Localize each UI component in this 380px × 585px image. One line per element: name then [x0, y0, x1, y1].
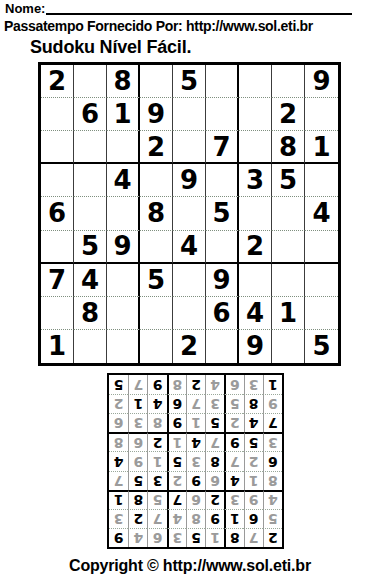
cell-r9c7: 9 — [239, 330, 272, 363]
sol-cell-r2c6: 4 — [167, 509, 186, 528]
cell-r6c5: 4 — [173, 231, 206, 264]
sol-cell-r5c1: 6 — [263, 451, 282, 470]
sol-cell-r5c9: 4 — [109, 451, 128, 470]
cell-r8c8: 1 — [272, 297, 305, 330]
cell-r6c6 — [206, 231, 239, 264]
sol-cell-r6c9: 8 — [109, 432, 128, 451]
sol-cell-r8c4: 3 — [205, 394, 224, 413]
cell-r4c9 — [305, 164, 338, 197]
cell-r1c9: 9 — [305, 65, 338, 98]
sol-cell-r8c6: 6 — [167, 394, 186, 413]
sol-cell-r9c7: 9 — [147, 375, 166, 394]
cell-r9c8 — [272, 330, 305, 363]
cell-r3c2 — [74, 131, 107, 164]
cell-r2c7 — [239, 98, 272, 131]
cell-r8c2: 8 — [74, 297, 107, 330]
cell-r9c4 — [140, 330, 173, 363]
cell-r1c7 — [239, 65, 272, 98]
sol-cell-r6c2: 5 — [244, 432, 263, 451]
sol-cell-r1c5: 5 — [186, 528, 205, 547]
cell-r2c9 — [305, 98, 338, 131]
sol-cell-r1c8: 4 — [128, 528, 147, 547]
sol-cell-r1c3: 8 — [224, 528, 243, 547]
sol-cell-r6c7: 2 — [147, 432, 166, 451]
page: Nome: Passatempo Fornecido Por: http://w… — [0, 0, 380, 585]
cell-r5c7 — [239, 197, 272, 230]
sol-cell-r2c2: 6 — [244, 509, 263, 528]
sol-cell-r9c8: 7 — [128, 375, 147, 394]
cell-r2c5 — [173, 98, 206, 131]
sol-cell-r8c8: 1 — [128, 394, 147, 413]
cell-r9c1: 1 — [41, 330, 74, 363]
cell-r6c1 — [41, 231, 74, 264]
page-title: Sudoku Nível Fácil. — [30, 37, 191, 58]
sol-cell-r1c4: 1 — [205, 528, 224, 547]
cell-r4c1 — [41, 164, 74, 197]
sol-cell-r4c4: 6 — [205, 471, 224, 490]
sol-cell-r7c9: 6 — [109, 413, 128, 432]
sol-cell-r7c3: 2 — [224, 413, 243, 432]
name-blank-line — [46, 13, 352, 15]
sol-cell-r5c3: 7 — [224, 451, 243, 470]
sol-cell-r9c9: 5 — [109, 375, 128, 394]
sol-cell-r9c4: 4 — [205, 375, 224, 394]
puzzle-grid: 285961922781493568545942745986411295 — [38, 62, 341, 366]
sol-cell-r3c8: 8 — [128, 490, 147, 509]
cell-r7c5 — [173, 264, 206, 297]
sol-cell-r4c2: 1 — [244, 471, 263, 490]
sol-cell-r7c7: 8 — [147, 413, 166, 432]
cell-r7c6: 9 — [206, 264, 239, 297]
sol-cell-r4c3: 4 — [224, 471, 243, 490]
sol-cell-r4c1: 8 — [263, 471, 282, 490]
sol-cell-r6c6: 1 — [167, 432, 186, 451]
cell-r1c4 — [140, 65, 173, 98]
cell-r7c9 — [305, 264, 338, 297]
cell-r7c3 — [107, 264, 140, 297]
sol-cell-r7c5: 1 — [186, 413, 205, 432]
cell-r1c2 — [74, 65, 107, 98]
cell-r2c8: 2 — [272, 98, 305, 131]
sol-cell-r6c1: 3 — [263, 432, 282, 451]
sol-cell-r3c3: 3 — [224, 490, 243, 509]
sol-cell-r5c4: 8 — [205, 451, 224, 470]
sol-cell-r6c3: 9 — [224, 432, 243, 451]
sol-cell-r2c8: 2 — [128, 509, 147, 528]
name-label: Nome: — [5, 1, 45, 16]
sol-cell-r1c6: 3 — [167, 528, 186, 547]
cell-r2c2: 6 — [74, 98, 107, 131]
cell-r3c3 — [107, 131, 140, 164]
sol-cell-r5c2: 2 — [244, 451, 263, 470]
sol-cell-r8c9: 2 — [109, 394, 128, 413]
cell-r7c7 — [239, 264, 272, 297]
cell-r9c2 — [74, 330, 107, 363]
cell-r6c8 — [272, 231, 305, 264]
sol-cell-r9c6: 8 — [167, 375, 186, 394]
sol-cell-r5c7: 1 — [147, 451, 166, 470]
cell-r9c3 — [107, 330, 140, 363]
cell-r3c7 — [239, 131, 272, 164]
sol-cell-r2c9: 3 — [109, 509, 128, 528]
cell-r1c8 — [272, 65, 305, 98]
cell-r7c1: 7 — [41, 264, 74, 297]
cell-r5c6: 5 — [206, 197, 239, 230]
cell-r4c6 — [206, 164, 239, 197]
cell-r5c2 — [74, 197, 107, 230]
cell-r7c8 — [272, 264, 305, 297]
cell-r3c9: 1 — [305, 131, 338, 164]
cell-r9c6 — [206, 330, 239, 363]
cell-r4c7: 3 — [239, 164, 272, 197]
cell-r3c1 — [41, 131, 74, 164]
sol-cell-r2c4: 9 — [205, 509, 224, 528]
sol-cell-r9c3: 6 — [224, 375, 243, 394]
sol-cell-r8c1: 9 — [263, 394, 282, 413]
cell-r6c7: 2 — [239, 231, 272, 264]
sol-cell-r3c2: 9 — [244, 490, 263, 509]
sol-cell-r7c2: 4 — [244, 413, 263, 432]
cell-r2c4: 9 — [140, 98, 173, 131]
cell-r6c9 — [305, 231, 338, 264]
sol-cell-r7c1: 7 — [263, 413, 282, 432]
sol-cell-r8c2: 8 — [244, 394, 263, 413]
solution-grid: 2781536495619847234932675818146923576278… — [107, 373, 284, 549]
cell-r7c4: 5 — [140, 264, 173, 297]
cell-r4c8: 5 — [272, 164, 305, 197]
sol-cell-r2c7: 7 — [147, 509, 166, 528]
cell-r3c6: 7 — [206, 131, 239, 164]
cell-r8c4 — [140, 297, 173, 330]
cell-r2c1 — [41, 98, 74, 131]
copyright-text: Copyright © http://www.sol.eti.br — [0, 557, 380, 575]
sol-cell-r3c6: 7 — [167, 490, 186, 509]
cell-r1c1: 2 — [41, 65, 74, 98]
sol-cell-r1c1: 2 — [263, 528, 282, 547]
cell-r2c3: 1 — [107, 98, 140, 131]
cell-r9c5: 2 — [173, 330, 206, 363]
cell-r6c3: 9 — [107, 231, 140, 264]
cell-r6c4 — [140, 231, 173, 264]
sol-cell-r7c8: 3 — [128, 413, 147, 432]
cell-r8c7: 4 — [239, 297, 272, 330]
sol-cell-r3c4: 2 — [205, 490, 224, 509]
cell-r4c3: 4 — [107, 164, 140, 197]
sol-cell-r6c5: 4 — [186, 432, 205, 451]
cell-r5c1: 6 — [41, 197, 74, 230]
cell-r6c2: 5 — [74, 231, 107, 264]
sol-cell-r4c9: 7 — [109, 471, 128, 490]
cell-r5c5 — [173, 197, 206, 230]
sol-cell-r5c8: 9 — [128, 451, 147, 470]
cell-r5c9: 4 — [305, 197, 338, 230]
cell-r5c4: 8 — [140, 197, 173, 230]
cell-r9c9: 5 — [305, 330, 338, 363]
sol-cell-r5c5: 3 — [186, 451, 205, 470]
cell-r5c3 — [107, 197, 140, 230]
cell-r1c3: 8 — [107, 65, 140, 98]
cell-r1c6 — [206, 65, 239, 98]
cell-r4c2 — [74, 164, 107, 197]
cell-r3c8: 8 — [272, 131, 305, 164]
provider-line: Passatempo Fornecido Por: http://www.sol… — [4, 18, 313, 34]
cell-r8c9 — [305, 297, 338, 330]
cell-r8c5 — [173, 297, 206, 330]
sol-cell-r4c7: 3 — [147, 471, 166, 490]
sol-cell-r6c8: 6 — [128, 432, 147, 451]
cell-r4c4 — [140, 164, 173, 197]
sol-cell-r5c6: 5 — [167, 451, 186, 470]
cell-r7c2: 4 — [74, 264, 107, 297]
cell-r8c6: 6 — [206, 297, 239, 330]
cell-r1c5: 5 — [173, 65, 206, 98]
sol-cell-r7c6: 9 — [167, 413, 186, 432]
cell-r5c8 — [272, 197, 305, 230]
cell-r2c6 — [206, 98, 239, 131]
sol-cell-r1c9: 9 — [109, 528, 128, 547]
sol-cell-r8c3: 5 — [224, 394, 243, 413]
sol-cell-r3c7: 5 — [147, 490, 166, 509]
sol-cell-r2c5: 8 — [186, 509, 205, 528]
cell-r3c4: 2 — [140, 131, 173, 164]
sol-cell-r1c7: 6 — [147, 528, 166, 547]
sol-cell-r3c5: 6 — [186, 490, 205, 509]
cell-r8c3 — [107, 297, 140, 330]
sol-cell-r4c5: 9 — [186, 471, 205, 490]
sol-cell-r4c6: 2 — [167, 471, 186, 490]
sol-cell-r3c9: 1 — [109, 490, 128, 509]
sol-cell-r3c1: 4 — [263, 490, 282, 509]
cell-r4c5: 9 — [173, 164, 206, 197]
sol-cell-r9c1: 1 — [263, 375, 282, 394]
sol-cell-r7c4: 5 — [205, 413, 224, 432]
sol-cell-r1c2: 7 — [244, 528, 263, 547]
sol-cell-r4c8: 5 — [128, 471, 147, 490]
sol-cell-r8c7: 4 — [147, 394, 166, 413]
sol-cell-r9c5: 2 — [186, 375, 205, 394]
cell-r8c1 — [41, 297, 74, 330]
sol-cell-r8c5: 7 — [186, 394, 205, 413]
sol-cell-r9c2: 3 — [244, 375, 263, 394]
sol-cell-r6c4: 7 — [205, 432, 224, 451]
sol-cell-r2c3: 1 — [224, 509, 243, 528]
cell-r3c5 — [173, 131, 206, 164]
sol-cell-r2c1: 5 — [263, 509, 282, 528]
